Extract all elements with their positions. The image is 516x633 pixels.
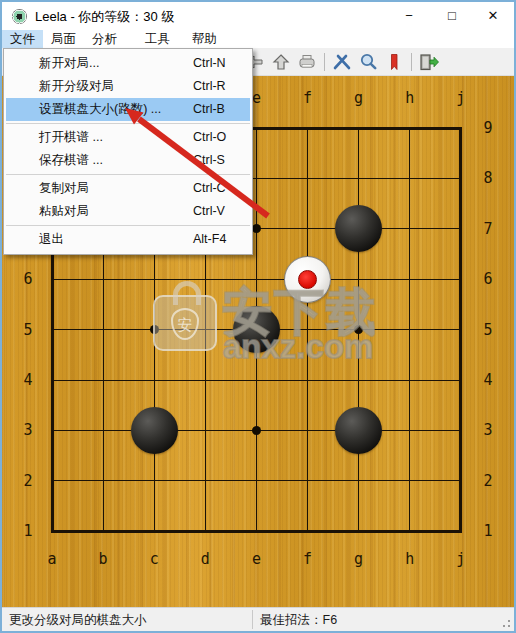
menu-item-new-game[interactable]: 新开对局...Ctrl-N <box>6 52 250 75</box>
window-title: Leela - 你的等级：30 级 <box>35 8 174 26</box>
coord-label-bottom: c <box>144 550 164 568</box>
white-stone-f6 <box>284 256 331 303</box>
menu-item-label: 退出 <box>39 232 64 246</box>
coord-label-left: 4 <box>18 371 38 389</box>
grid-line <box>409 127 410 533</box>
coord-label-bottom: h <box>400 550 420 568</box>
coord-label-top: j <box>451 89 471 107</box>
coord-label-left: 2 <box>18 472 38 490</box>
grid-line <box>307 127 308 533</box>
grid-line <box>51 380 463 381</box>
grid-line <box>51 480 463 481</box>
menu-item-label: 设置棋盘大小(路数) ... <box>39 102 161 116</box>
star-point-g5 <box>354 325 363 334</box>
menu-item-exit[interactable]: 退出Alt-F4 <box>6 228 250 251</box>
menu-item-copy-game[interactable]: 复制对局Ctrl-C <box>6 177 250 200</box>
coord-label-bottom: e <box>246 550 266 568</box>
coord-label-left: 6 <box>18 270 38 288</box>
status-divider <box>252 610 253 629</box>
bookmark-icon[interactable] <box>381 50 407 74</box>
menu-item-shortcut: Ctrl-C <box>193 177 226 200</box>
coord-label-bottom: f <box>298 550 318 568</box>
black-stone-g7 <box>335 205 382 252</box>
coord-label-right: 7 <box>478 220 498 238</box>
best-move-status: 最佳招法：F6 <box>260 612 337 629</box>
printer-icon[interactable] <box>294 50 320 74</box>
file-menu-popup: 新开对局...Ctrl-N新开分级对局Ctrl-R设置棋盘大小(路数) ...C… <box>3 48 253 255</box>
star-point-e7 <box>252 224 261 233</box>
coord-label-right: 6 <box>478 270 498 288</box>
resize-grip[interactable] <box>499 616 511 628</box>
leela-eye-icon <box>12 9 27 24</box>
menu-item-shortcut: Ctrl-S <box>193 149 225 172</box>
minimize-button[interactable]: − <box>392 2 426 30</box>
menu-item-paste-game[interactable]: 粘贴对局Ctrl-V <box>6 200 250 223</box>
title-bar[interactable]: Leela - 你的等级：30 级 − □ ✕ <box>2 2 514 30</box>
coord-label-right: 4 <box>478 371 498 389</box>
coord-label-top: g <box>349 89 369 107</box>
coord-label-left: 5 <box>18 321 38 339</box>
toolbar-separator <box>324 53 325 71</box>
menu-item-shortcut: Ctrl-B <box>193 98 225 121</box>
cross-icon[interactable] <box>329 50 355 74</box>
menu-separator <box>6 225 250 226</box>
leela-window: Leela - 你的等级：30 级 − □ ✕ 文件局面分析工具帮助 aabbc… <box>0 0 516 633</box>
status-message: 更改分级对局的棋盘大小 <box>9 612 147 629</box>
coord-label-right: 1 <box>478 522 498 540</box>
menu-separator <box>6 174 250 175</box>
magnifier-icon[interactable] <box>355 50 381 74</box>
black-stone-g3 <box>335 407 382 454</box>
coord-label-bottom: d <box>195 550 215 568</box>
menu-item-set-board-size[interactable]: 设置棋盘大小(路数) ...Ctrl-B <box>6 98 250 121</box>
up-arrow-icon[interactable] <box>268 50 294 74</box>
black-stone-c3 <box>131 407 178 454</box>
menu-item-shortcut: Ctrl-N <box>193 52 226 75</box>
menubar-item-analysis[interactable]: 分析 <box>84 30 125 48</box>
coord-label-right: 2 <box>478 472 498 490</box>
menu-item-open-sgf[interactable]: 打开棋谱 ...Ctrl-O <box>6 126 250 149</box>
menu-item-shortcut: Alt-F4 <box>193 228 226 251</box>
menubar-item-help[interactable]: 帮助 <box>184 30 225 48</box>
star-point-c5 <box>150 325 159 334</box>
star-point-e3 <box>252 426 261 435</box>
coord-label-left: 1 <box>18 522 38 540</box>
exit-door-icon[interactable] <box>416 50 442 74</box>
toolbar-separator <box>411 53 412 71</box>
menu-item-label: 粘贴对局 <box>39 204 89 218</box>
menubar-item-file[interactable]: 文件 <box>2 30 43 48</box>
coord-label-bottom: a <box>42 550 62 568</box>
menubar-item-position[interactable]: 局面 <box>43 30 84 48</box>
menu-item-save-sgf[interactable]: 保存棋谱 ...Ctrl-S <box>6 149 250 172</box>
coord-label-bottom: j <box>451 550 471 568</box>
menu-item-label: 打开棋谱 ... <box>39 130 103 144</box>
close-button[interactable]: ✕ <box>476 2 510 30</box>
menu-bar: 文件局面分析工具帮助 <box>2 30 514 48</box>
maximize-button[interactable]: □ <box>435 2 469 30</box>
status-bar: 更改分级对局的棋盘大小 最佳招法：F6 <box>2 607 514 631</box>
menu-item-label: 新开分级对局 <box>39 79 114 93</box>
menu-item-label: 复制对局 <box>39 181 89 195</box>
menu-item-shortcut: Ctrl-O <box>193 126 226 149</box>
menu-item-shortcut: Ctrl-V <box>193 200 225 223</box>
last-move-marker <box>298 270 317 289</box>
coord-label-bottom: g <box>349 550 369 568</box>
coord-label-right: 3 <box>478 421 498 439</box>
grid-line <box>459 127 462 533</box>
black-stone-e5 <box>233 306 280 353</box>
coord-label-bottom: b <box>93 550 113 568</box>
menu-separator <box>6 123 250 124</box>
coord-label-right: 5 <box>478 321 498 339</box>
coord-label-right: 8 <box>478 169 498 187</box>
grid-line <box>51 530 463 533</box>
menu-item-label: 保存棋谱 ... <box>39 153 103 167</box>
menu-item-label: 新开对局... <box>39 56 99 70</box>
coord-label-top: h <box>400 89 420 107</box>
coord-label-top: f <box>298 89 318 107</box>
coord-label-right: 9 <box>478 119 498 137</box>
menu-item-new-rated-game[interactable]: 新开分级对局Ctrl-R <box>6 75 250 98</box>
menu-item-shortcut: Ctrl-R <box>193 75 226 98</box>
menubar-item-tools[interactable]: 工具 <box>137 30 178 48</box>
coord-label-left: 3 <box>18 421 38 439</box>
